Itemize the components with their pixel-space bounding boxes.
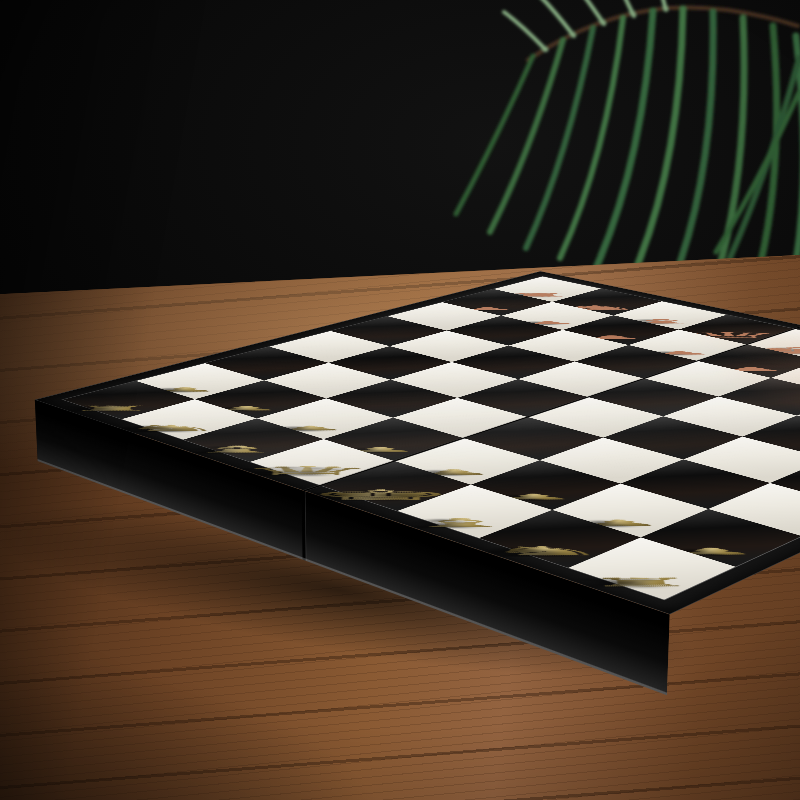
black-rook[interactable]: ♜ <box>501 293 577 297</box>
square-d3[interactable] <box>393 398 528 438</box>
square-g5[interactable] <box>742 415 800 458</box>
black-pawn[interactable]: ♟ <box>455 307 520 311</box>
square-g4[interactable] <box>684 437 800 483</box>
chess-board: ♜♞♝♛♚♝♞♜♟♟♟♟♟♟♟♟♟♟♟♟♟♟♟♟♜♞♝♛♚♝♞♜ <box>35 271 800 614</box>
white-pawn[interactable]: ♟ <box>146 387 222 392</box>
black-pawn[interactable]: ♟ <box>715 367 790 372</box>
black-pawn[interactable]: ♟ <box>644 350 716 355</box>
white-pawn[interactable]: ♟ <box>663 547 761 556</box>
black-king[interactable]: ♚ <box>736 346 800 354</box>
white-pawn[interactable]: ♟ <box>206 406 284 412</box>
board-perspective-scene: ♜♞♝♛♚♝♞♜♟♟♟♟♟♟♟♟♟♟♟♟♟♟♟♟♜♞♝♛♚♝♞♜ <box>0 0 800 800</box>
black-bishop[interactable]: ♝ <box>616 319 710 325</box>
white-pawn[interactable]: ♟ <box>411 469 496 476</box>
white-pawn[interactable]: ♟ <box>338 446 420 452</box>
black-queen[interactable]: ♛ <box>671 332 788 339</box>
scene: ♜♞♝♛♚♝♞♜♟♟♟♟♟♟♟♟♟♟♟♟♟♟♟♟♜♞♝♛♚♝♞♜ <box>0 0 800 800</box>
white-pawn[interactable]: ♟ <box>573 519 667 527</box>
white-pawn[interactable]: ♟ <box>489 493 578 500</box>
black-pawn[interactable]: ♟ <box>578 335 647 339</box>
black-pawn[interactable]: ♟ <box>515 321 582 325</box>
square-e2[interactable]: ♟ <box>395 438 540 484</box>
square-g2[interactable]: ♟ <box>553 484 708 537</box>
square-h4[interactable] <box>770 458 800 507</box>
square-g3[interactable] <box>621 459 770 509</box>
black-knight[interactable]: ♞ <box>554 305 645 310</box>
square-e4[interactable] <box>528 397 663 437</box>
